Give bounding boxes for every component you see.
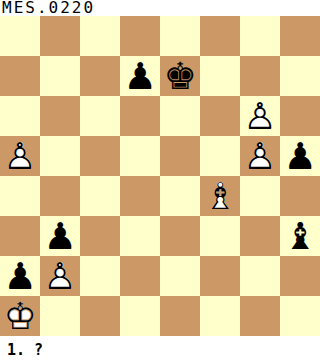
piece-black-pawn: ♟: [40, 216, 80, 256]
square-a1[interactable]: ♚♔: [0, 296, 40, 336]
square-b6[interactable]: [40, 96, 80, 136]
square-f8[interactable]: [200, 16, 240, 56]
square-f6[interactable]: [200, 96, 240, 136]
square-e3[interactable]: [160, 216, 200, 256]
square-h5[interactable]: ♟: [280, 136, 320, 176]
square-d6[interactable]: [120, 96, 160, 136]
square-d1[interactable]: [120, 296, 160, 336]
square-a7[interactable]: [0, 56, 40, 96]
piece-black-bishop: ♝: [280, 216, 320, 256]
square-b1[interactable]: [40, 296, 80, 336]
square-d4[interactable]: [120, 176, 160, 216]
square-g6[interactable]: ♟♙: [240, 96, 280, 136]
square-f1[interactable]: [200, 296, 240, 336]
square-a2[interactable]: ♟: [0, 256, 40, 296]
square-a5[interactable]: ♟♙: [0, 136, 40, 176]
square-h7[interactable]: [280, 56, 320, 96]
piece-black-pawn: ♟: [280, 136, 320, 176]
square-f3[interactable]: [200, 216, 240, 256]
square-a4[interactable]: [0, 176, 40, 216]
square-f7[interactable]: [200, 56, 240, 96]
square-g8[interactable]: [240, 16, 280, 56]
diagram-title: MES.0220: [2, 0, 95, 16]
square-b8[interactable]: [40, 16, 80, 56]
square-c7[interactable]: [80, 56, 120, 96]
piece-white-king: ♚♔: [0, 296, 40, 336]
piece-black-pawn: ♟: [0, 256, 40, 296]
square-c4[interactable]: [80, 176, 120, 216]
piece-white-bishop: ♝♗: [200, 176, 240, 216]
square-h2[interactable]: [280, 256, 320, 296]
square-c1[interactable]: [80, 296, 120, 336]
square-e7[interactable]: ♚: [160, 56, 200, 96]
square-d2[interactable]: [120, 256, 160, 296]
square-c5[interactable]: [80, 136, 120, 176]
square-e5[interactable]: [160, 136, 200, 176]
square-d8[interactable]: [120, 16, 160, 56]
chess-board: ♟♚♟♙♟♙♟♙♟♝♗♟♝♟♟♙♚♔: [0, 16, 320, 336]
square-g1[interactable]: [240, 296, 280, 336]
square-b5[interactable]: [40, 136, 80, 176]
square-e4[interactable]: [160, 176, 200, 216]
square-b2[interactable]: ♟♙: [40, 256, 80, 296]
piece-black-pawn: ♟: [120, 56, 160, 96]
square-c6[interactable]: [80, 96, 120, 136]
move-prompt: 1. ?: [7, 341, 43, 359]
square-a8[interactable]: [0, 16, 40, 56]
square-b3[interactable]: ♟: [40, 216, 80, 256]
square-b7[interactable]: [40, 56, 80, 96]
square-g3[interactable]: [240, 216, 280, 256]
square-e8[interactable]: [160, 16, 200, 56]
square-g4[interactable]: [240, 176, 280, 216]
square-g2[interactable]: [240, 256, 280, 296]
square-h4[interactable]: [280, 176, 320, 216]
square-f5[interactable]: [200, 136, 240, 176]
square-h8[interactable]: [280, 16, 320, 56]
square-a3[interactable]: [0, 216, 40, 256]
square-g7[interactable]: [240, 56, 280, 96]
piece-white-pawn: ♟♙: [40, 256, 80, 296]
square-g5[interactable]: ♟♙: [240, 136, 280, 176]
square-d3[interactable]: [120, 216, 160, 256]
square-d7[interactable]: ♟: [120, 56, 160, 96]
square-d5[interactable]: [120, 136, 160, 176]
square-e6[interactable]: [160, 96, 200, 136]
square-e2[interactable]: [160, 256, 200, 296]
square-h1[interactable]: [280, 296, 320, 336]
square-f4[interactable]: ♝♗: [200, 176, 240, 216]
piece-white-pawn: ♟♙: [240, 136, 280, 176]
square-e1[interactable]: [160, 296, 200, 336]
piece-black-king: ♚: [160, 56, 200, 96]
square-h6[interactable]: [280, 96, 320, 136]
square-c3[interactable]: [80, 216, 120, 256]
square-h3[interactable]: ♝: [280, 216, 320, 256]
square-c8[interactable]: [80, 16, 120, 56]
square-f2[interactable]: [200, 256, 240, 296]
square-a6[interactable]: [0, 96, 40, 136]
square-b4[interactable]: [40, 176, 80, 216]
piece-white-pawn: ♟♙: [0, 136, 40, 176]
piece-white-pawn: ♟♙: [240, 96, 280, 136]
square-c2[interactable]: [80, 256, 120, 296]
